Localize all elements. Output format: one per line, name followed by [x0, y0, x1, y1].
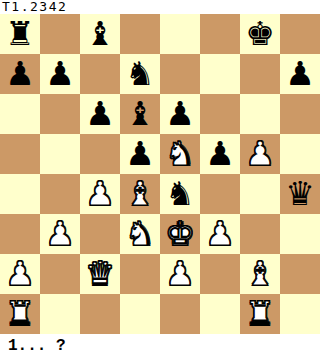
white-pawn-piece[interactable]: ♟	[85, 174, 115, 214]
black-pawn-piece[interactable]: ♟	[5, 54, 35, 94]
square-f6[interactable]	[200, 94, 240, 134]
square-d5[interactable]: ♟	[120, 134, 160, 174]
square-h2[interactable]	[280, 254, 320, 294]
square-b2[interactable]	[40, 254, 80, 294]
white-king-piece[interactable]: ♚	[165, 214, 195, 254]
square-a5[interactable]	[0, 134, 40, 174]
white-bishop-piece[interactable]: ♝	[125, 174, 155, 214]
square-b6[interactable]	[40, 94, 80, 134]
square-d4[interactable]: ♝	[120, 174, 160, 214]
white-knight-piece[interactable]: ♞	[165, 134, 195, 174]
square-g8[interactable]: ♚	[240, 14, 280, 54]
square-a2[interactable]: ♟	[0, 254, 40, 294]
square-g3[interactable]	[240, 214, 280, 254]
square-g6[interactable]	[240, 94, 280, 134]
square-h1[interactable]	[280, 294, 320, 334]
square-e3[interactable]: ♚	[160, 214, 200, 254]
square-c1[interactable]	[80, 294, 120, 334]
black-knight-piece[interactable]: ♞	[165, 174, 195, 214]
black-bishop-piece[interactable]: ♝	[125, 94, 155, 134]
white-pawn-piece[interactable]: ♟	[5, 254, 35, 294]
square-c8[interactable]: ♝	[80, 14, 120, 54]
black-bishop-piece[interactable]: ♝	[85, 14, 115, 54]
square-f7[interactable]	[200, 54, 240, 94]
black-queen-piece[interactable]: ♛	[285, 174, 315, 214]
square-e1[interactable]	[160, 294, 200, 334]
square-c3[interactable]	[80, 214, 120, 254]
square-e4[interactable]: ♞	[160, 174, 200, 214]
black-pawn-piece[interactable]: ♟	[45, 54, 75, 94]
white-bishop-piece[interactable]: ♝	[245, 254, 275, 294]
black-pawn-piece[interactable]: ♟	[205, 134, 235, 174]
square-a7[interactable]: ♟	[0, 54, 40, 94]
square-b5[interactable]	[40, 134, 80, 174]
black-pawn-piece[interactable]: ♟	[165, 94, 195, 134]
square-h4[interactable]: ♛	[280, 174, 320, 214]
square-g1[interactable]: ♜	[240, 294, 280, 334]
square-f4[interactable]	[200, 174, 240, 214]
square-a6[interactable]	[0, 94, 40, 134]
black-pawn-piece[interactable]: ♟	[125, 134, 155, 174]
square-f5[interactable]: ♟	[200, 134, 240, 174]
square-f8[interactable]	[200, 14, 240, 54]
black-rook-piece[interactable]: ♜	[5, 14, 35, 54]
move-prompt: 1... ?	[0, 334, 320, 360]
square-b8[interactable]	[40, 14, 80, 54]
square-d1[interactable]	[120, 294, 160, 334]
white-rook-piece[interactable]: ♜	[5, 294, 35, 334]
square-h5[interactable]	[280, 134, 320, 174]
square-g2[interactable]: ♝	[240, 254, 280, 294]
square-b4[interactable]	[40, 174, 80, 214]
square-c2[interactable]: ♛	[80, 254, 120, 294]
square-a4[interactable]	[0, 174, 40, 214]
square-a3[interactable]	[0, 214, 40, 254]
square-h7[interactable]: ♟	[280, 54, 320, 94]
square-f1[interactable]	[200, 294, 240, 334]
white-pawn-piece[interactable]: ♟	[245, 134, 275, 174]
black-pawn-piece[interactable]: ♟	[85, 94, 115, 134]
black-knight-piece[interactable]: ♞	[125, 54, 155, 94]
square-b1[interactable]	[40, 294, 80, 334]
square-a1[interactable]: ♜	[0, 294, 40, 334]
square-d2[interactable]	[120, 254, 160, 294]
square-c6[interactable]: ♟	[80, 94, 120, 134]
square-e8[interactable]	[160, 14, 200, 54]
square-e5[interactable]: ♞	[160, 134, 200, 174]
chess-board: ♜♝♚♟♟♞♟♟♝♟♟♞♟♟♟♝♞♛♟♞♚♟♟♛♟♝♜♜	[0, 14, 320, 334]
square-h8[interactable]	[280, 14, 320, 54]
square-h3[interactable]	[280, 214, 320, 254]
square-d3[interactable]: ♞	[120, 214, 160, 254]
square-g5[interactable]: ♟	[240, 134, 280, 174]
square-d8[interactable]	[120, 14, 160, 54]
square-c4[interactable]: ♟	[80, 174, 120, 214]
square-d6[interactable]: ♝	[120, 94, 160, 134]
square-g7[interactable]	[240, 54, 280, 94]
black-pawn-piece[interactable]: ♟	[285, 54, 315, 94]
square-c7[interactable]	[80, 54, 120, 94]
white-pawn-piece[interactable]: ♟	[45, 214, 75, 254]
white-rook-piece[interactable]: ♜	[245, 294, 275, 334]
black-king-piece[interactable]: ♚	[245, 14, 275, 54]
square-a8[interactable]: ♜	[0, 14, 40, 54]
square-e2[interactable]: ♟	[160, 254, 200, 294]
square-d7[interactable]: ♞	[120, 54, 160, 94]
square-e7[interactable]	[160, 54, 200, 94]
white-knight-piece[interactable]: ♞	[125, 214, 155, 254]
square-c5[interactable]	[80, 134, 120, 174]
square-b3[interactable]: ♟	[40, 214, 80, 254]
square-f2[interactable]	[200, 254, 240, 294]
white-queen-piece[interactable]: ♛	[85, 254, 115, 294]
puzzle-title: T1.2342	[0, 0, 320, 14]
square-g4[interactable]	[240, 174, 280, 214]
square-f3[interactable]: ♟	[200, 214, 240, 254]
square-e6[interactable]: ♟	[160, 94, 200, 134]
white-pawn-piece[interactable]: ♟	[205, 214, 235, 254]
white-pawn-piece[interactable]: ♟	[165, 254, 195, 294]
square-b7[interactable]: ♟	[40, 54, 80, 94]
square-h6[interactable]	[280, 94, 320, 134]
